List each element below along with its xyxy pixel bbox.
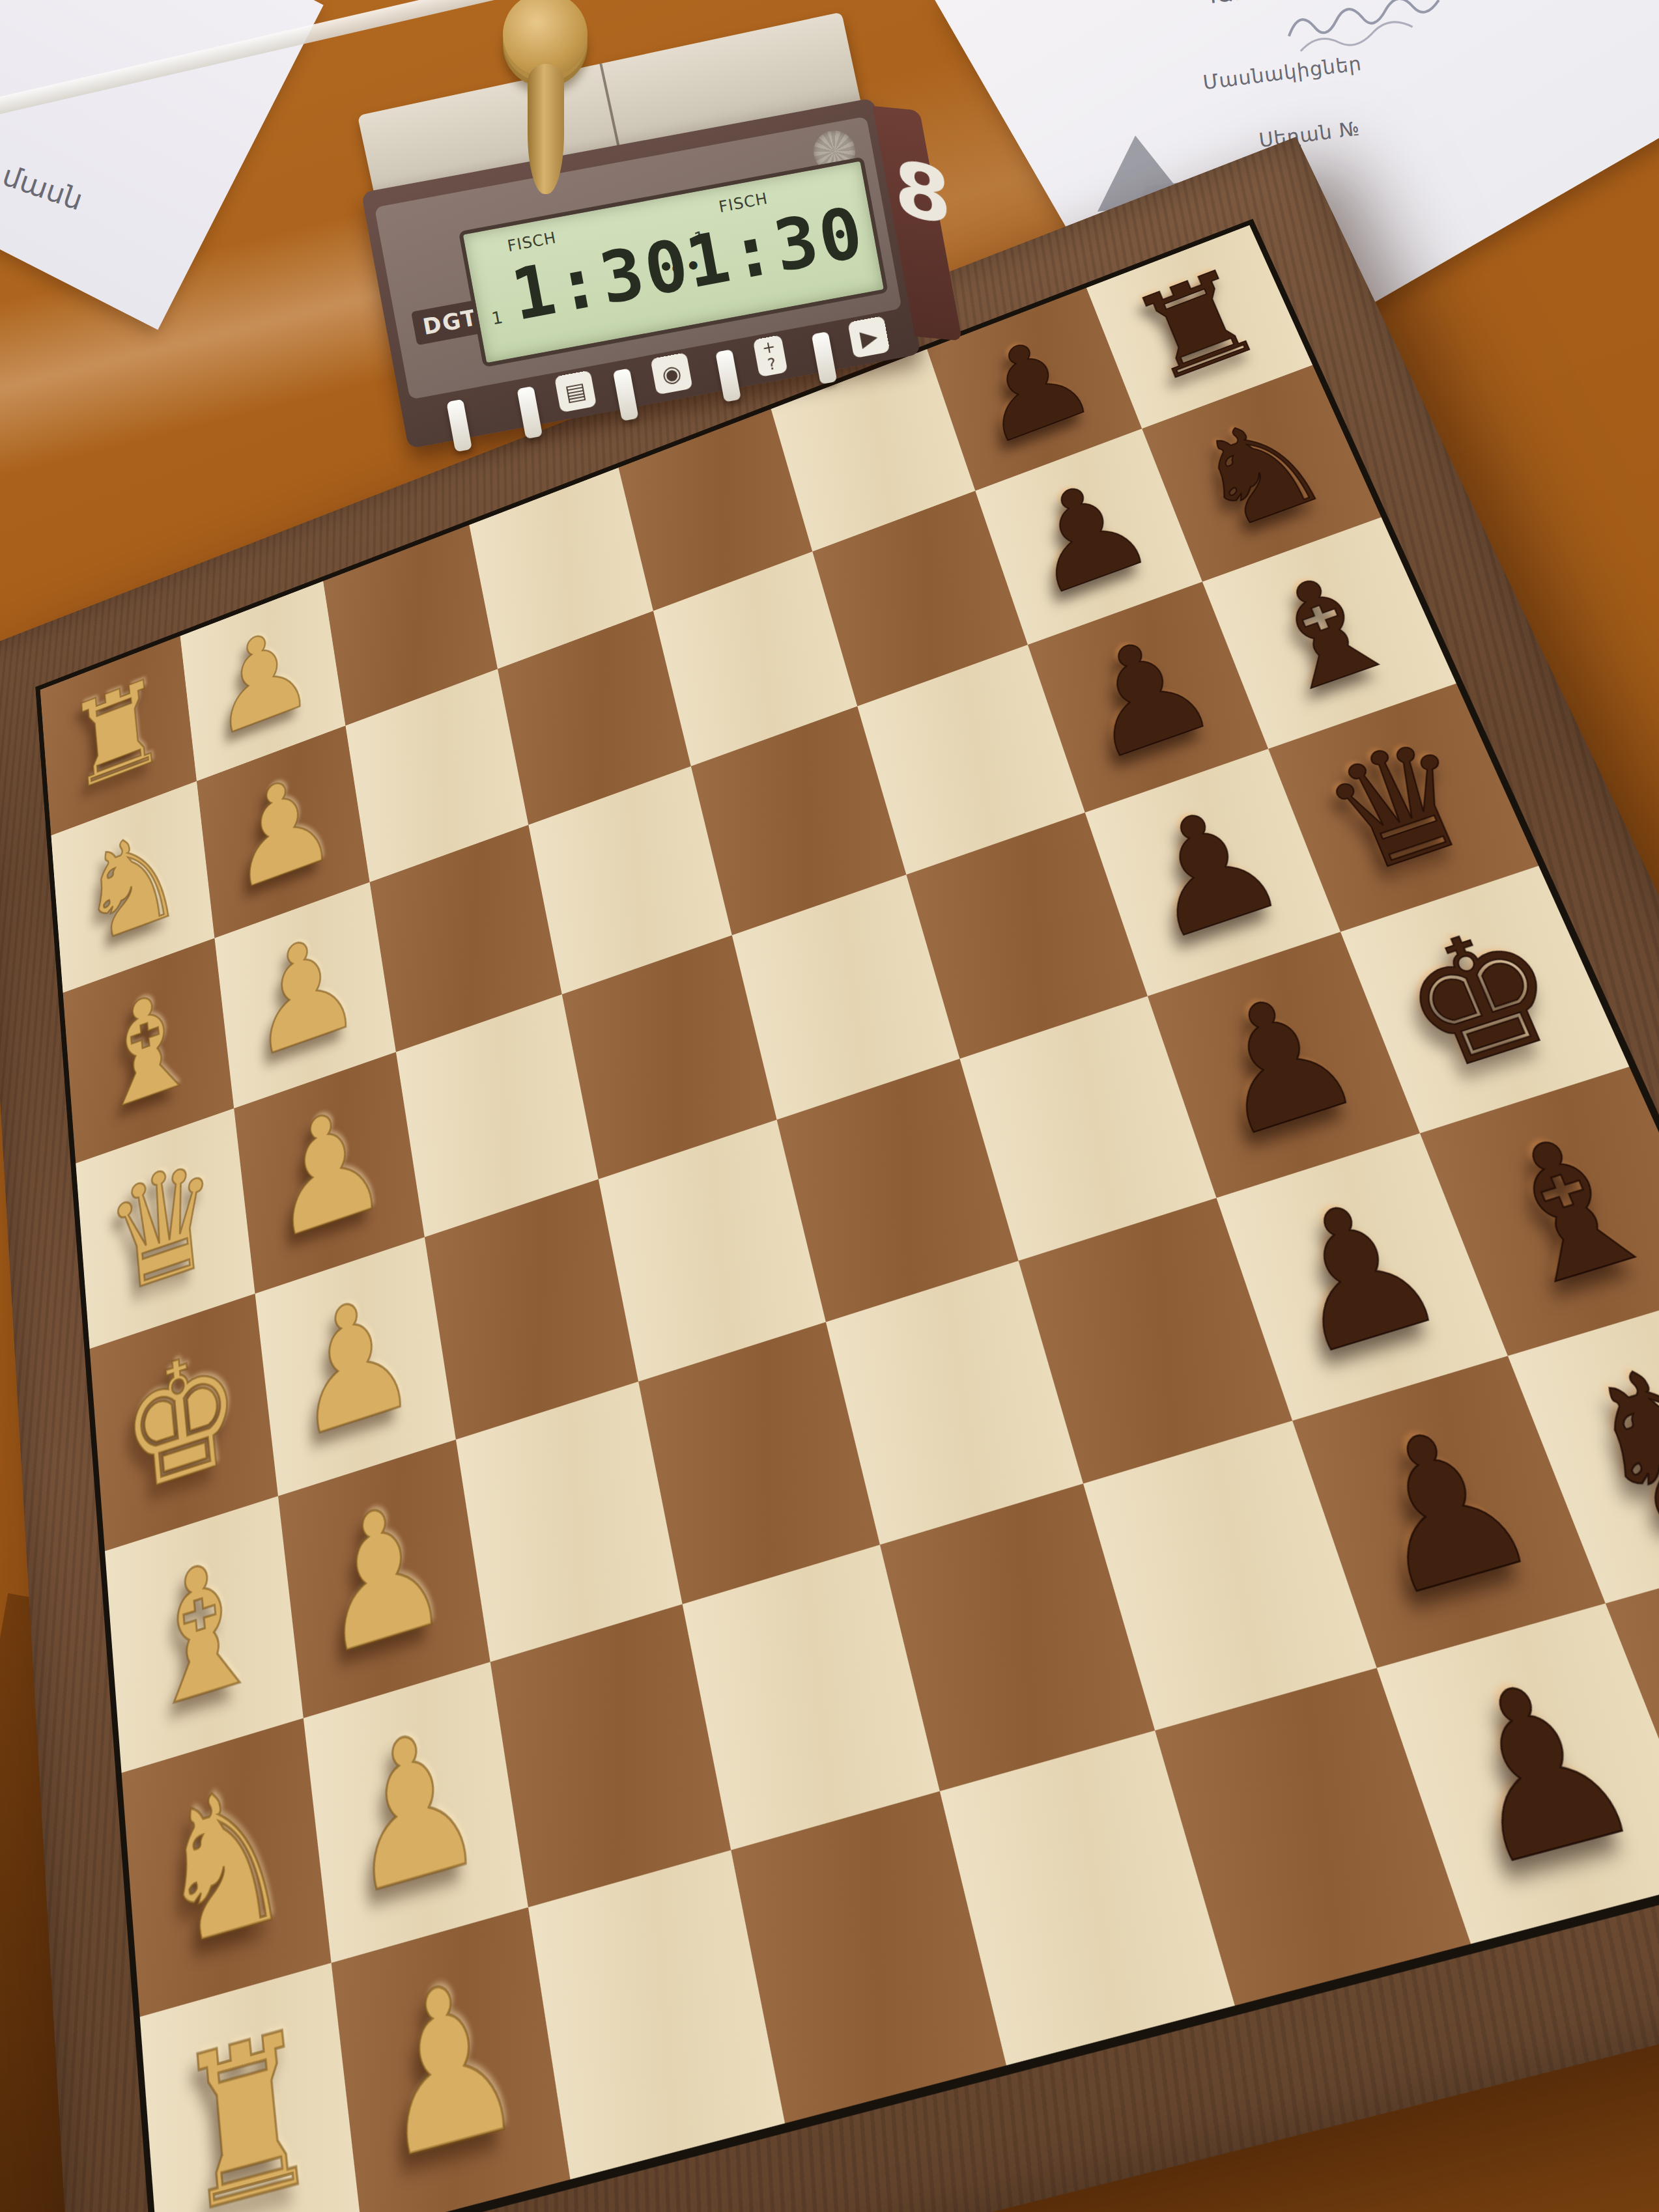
power-icon[interactable]: ◉ — [650, 352, 692, 395]
white-pawn-h2[interactable]: ♟ — [332, 1907, 571, 2212]
playing-area: ♜♟♟♜♞♟♟♞♝♟♟♝♛♟♟♛♚♟♟♚♝♟♟♝♞♟♟♞♜♟♟♜ — [35, 219, 1659, 2212]
menu-icon[interactable]: ▤ — [554, 370, 597, 412]
black-time-display: 1:30 — [679, 191, 871, 303]
scoresheet-line-participants: Մասնակիցներ — [1202, 51, 1363, 94]
clock-button-5[interactable] — [812, 331, 838, 384]
clock-button-4[interactable] — [715, 349, 741, 402]
handwritten-signature — [1281, 0, 1521, 56]
clock-button-1[interactable] — [446, 399, 472, 452]
clock-button-2[interactable] — [517, 386, 543, 439]
chess-board: ♜♟♟♜♞♟♟♞♝♟♟♝♛♟♟♛♚♟♟♚♝♟♟♝♞♟♟♞♜♟♟♜ — [0, 137, 1659, 2212]
clock-button-3[interactable] — [613, 368, 639, 421]
paper-printed-text: մասն — [0, 158, 87, 216]
plus-help-icon[interactable]: + ? — [753, 335, 788, 377]
spare-white-piece — [496, 0, 594, 217]
left-move-indicator: 1 — [490, 307, 504, 329]
play-icon[interactable]: ▶ — [847, 316, 890, 358]
help-icon: ? — [766, 356, 777, 374]
plus-icon: + — [761, 338, 777, 357]
spare-piece-stem — [528, 64, 564, 194]
square-h2[interactable]: ♟ — [332, 1907, 571, 2212]
clock-side-digit: 8 — [892, 143, 953, 242]
